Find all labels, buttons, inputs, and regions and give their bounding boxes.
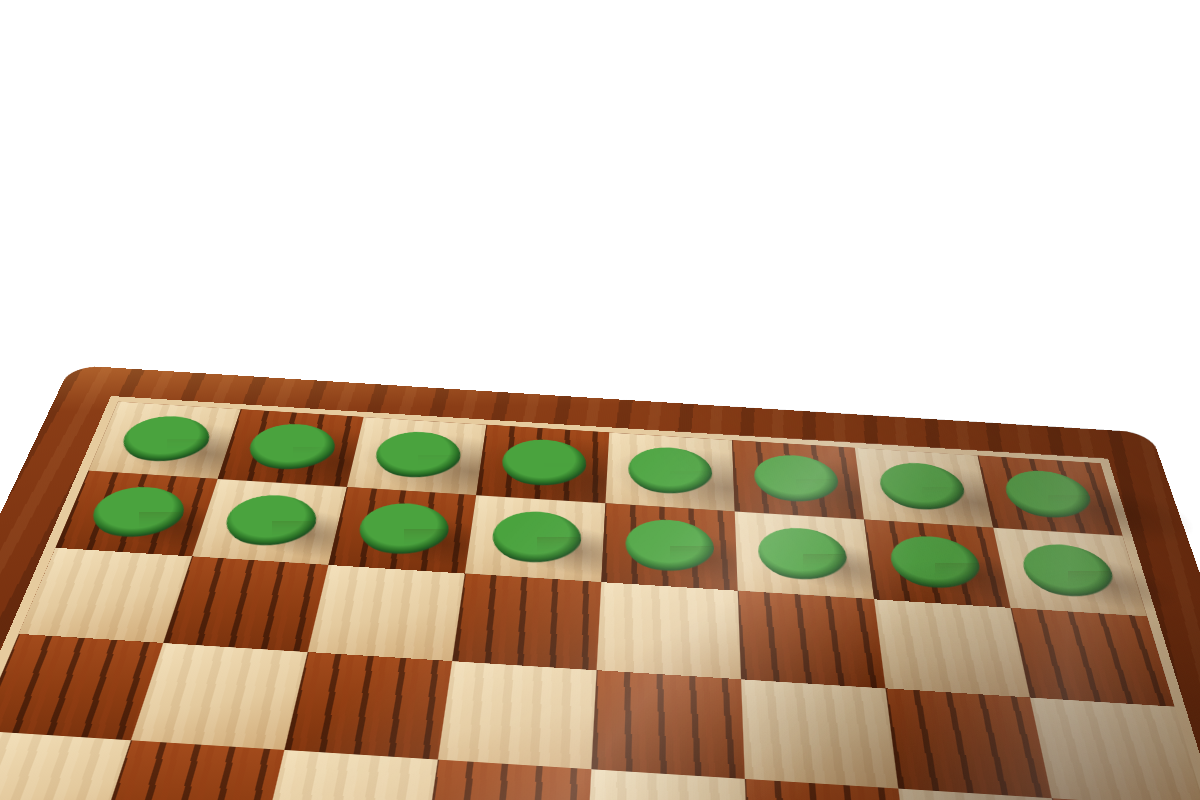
square-h5	[0, 731, 131, 800]
square-f2: ♟	[328, 487, 476, 573]
chess-board: ♜♞♝♚♛♝♞♜♟♟♟♟♟♟♟♟	[0, 365, 1200, 800]
square-c4	[741, 679, 898, 788]
square-b3	[874, 599, 1030, 697]
square-d3	[597, 582, 741, 679]
chess-set-photo: ♜♞♝♚♛♝♞♜♟♟♟♟♟♟♟♟	[0, 0, 1200, 800]
square-e2: ♟	[465, 495, 606, 582]
piece-white-pawn: ♟	[87, 367, 190, 522]
piece-white-pawn: ♟	[1017, 425, 1120, 580]
piece-white-pawn: ♟	[486, 392, 589, 547]
board-frame: ♜♞♝♚♛♝♞♜♟♟♟♟♟♟♟♟	[0, 365, 1200, 800]
square-d4	[591, 670, 744, 779]
square-b4	[886, 688, 1052, 798]
square-h3	[19, 548, 192, 643]
square-f3	[308, 565, 465, 661]
square-d2: ♟	[601, 503, 737, 590]
square-f4	[284, 652, 452, 760]
square-a2: ♟	[993, 528, 1147, 617]
piece-white-pawn: ♟	[353, 383, 456, 538]
piece-white-pawn: ♟	[884, 417, 987, 572]
board-grid: ♜♞♝♚♛♝♞♜♟♟♟♟♟♟♟♟	[0, 396, 1200, 800]
square-a4	[1030, 697, 1200, 800]
square-e4	[438, 661, 597, 769]
square-f5	[258, 750, 438, 800]
square-b2: ♟	[864, 520, 1011, 608]
square-c2: ♟	[735, 511, 874, 599]
square-g4	[131, 643, 308, 750]
square-c3	[738, 591, 886, 689]
piece-white-pawn: ♟	[618, 400, 721, 555]
square-g3	[163, 556, 328, 652]
square-a3	[1011, 608, 1175, 707]
square-e3	[452, 574, 601, 671]
square-g2: ♟	[192, 479, 347, 565]
square-h2: ♟	[56, 471, 218, 557]
square-d5	[585, 769, 749, 800]
piece-white-pawn: ♟	[220, 375, 323, 530]
piece-white-pawn: ♟	[751, 408, 854, 563]
